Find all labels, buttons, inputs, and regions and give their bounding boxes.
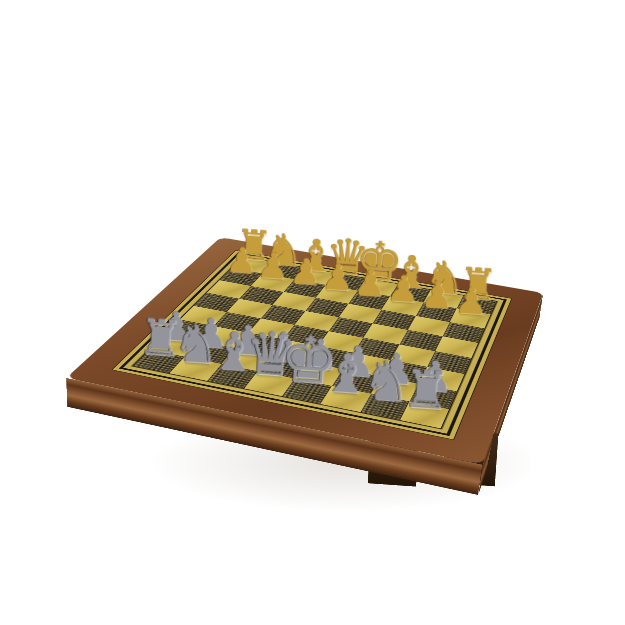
white-rook-h1[interactable]: ♜ — [388, 361, 464, 418]
chess-set: ♜♞♝♛♚♝♞♜♟♟♟♟♟♟♟♟♟♟♟♟♟♟♟♟♜♞♝♛♚♝♞♜ — [66, 237, 543, 464]
square-g6[interactable] — [407, 316, 449, 336]
black-pawn-h7[interactable]: ♟ — [439, 280, 503, 321]
square-h1[interactable]: ♜ — [400, 401, 449, 428]
scene: ♜♞♝♛♚♝♞♜♟♟♟♟♟♟♟♟♟♟♟♟♟♟♟♟♜♞♝♛♚♝♞♜ — [0, 0, 625, 625]
product-photo-background: ♜♞♝♛♚♝♞♜♟♟♟♟♟♟♟♟♟♟♟♟♟♟♟♟♜♞♝♛♚♝♞♜ — [0, 0, 625, 625]
